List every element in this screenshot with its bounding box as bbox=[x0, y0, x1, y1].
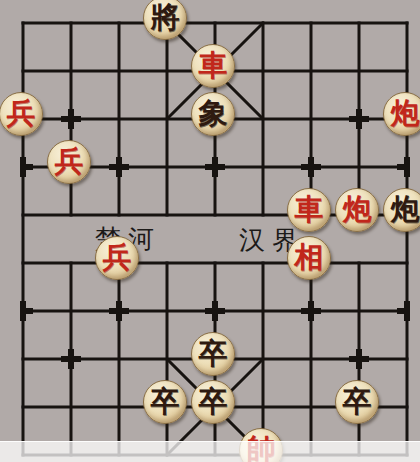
piece-black-cannon[interactable]: 炮 bbox=[383, 188, 420, 232]
board-cell: 卒 bbox=[335, 383, 383, 431]
piece-red-soldier-3[interactable]: 兵 bbox=[95, 236, 139, 280]
xiangqi-board: 楚河 汉界 將車兵象炮兵車炮炮兵相卒卒卒卒帥 bbox=[0, 0, 420, 462]
piece-glyph: 炮 bbox=[391, 195, 420, 224]
piece-glyph: 象 bbox=[199, 99, 228, 128]
board-cell: 卒 bbox=[191, 335, 239, 383]
piece-glyph: 兵 bbox=[55, 147, 84, 176]
piece-glyph: 車 bbox=[295, 195, 324, 224]
board-cell: 車 bbox=[191, 47, 239, 95]
board-cell: 炮 bbox=[335, 191, 383, 239]
board-cell: 兵 bbox=[0, 95, 47, 143]
piece-glyph: 卒 bbox=[343, 387, 372, 416]
piece-red-cannon-1[interactable]: 炮 bbox=[383, 92, 420, 136]
board-cell: 兵 bbox=[95, 239, 143, 287]
piece-red-cannon-2[interactable]: 炮 bbox=[335, 188, 379, 232]
piece-glyph: 相 bbox=[295, 243, 324, 272]
piece-black-elephant[interactable]: 象 bbox=[191, 92, 235, 136]
piece-red-chariot-2[interactable]: 車 bbox=[287, 188, 331, 232]
piece-glyph: 卒 bbox=[199, 339, 228, 368]
board-cell: 炮 bbox=[383, 95, 420, 143]
pieces-layer: 將車兵象炮兵車炮炮兵相卒卒卒卒帥 bbox=[0, 0, 420, 462]
piece-black-general[interactable]: 將 bbox=[143, 0, 187, 40]
piece-glyph: 兵 bbox=[7, 99, 36, 128]
piece-black-soldier-2[interactable]: 卒 bbox=[143, 380, 187, 424]
piece-glyph: 兵 bbox=[103, 243, 132, 272]
board-cell: 卒 bbox=[191, 383, 239, 431]
piece-glyph: 將 bbox=[151, 3, 180, 32]
bottom-fade-overlay bbox=[0, 441, 420, 462]
board-cell: 卒 bbox=[143, 383, 191, 431]
board-cell: 炮 bbox=[383, 191, 420, 239]
piece-black-soldier-1[interactable]: 卒 bbox=[191, 332, 235, 376]
piece-glyph: 卒 bbox=[151, 387, 180, 416]
piece-glyph: 炮 bbox=[343, 195, 372, 224]
board-cell: 將 bbox=[143, 0, 191, 47]
board-cell: 車 bbox=[287, 191, 335, 239]
piece-glyph: 炮 bbox=[391, 99, 420, 128]
board-cell: 相 bbox=[287, 239, 335, 287]
board-cell: 兵 bbox=[47, 143, 95, 191]
board-cell: 象 bbox=[191, 95, 239, 143]
piece-red-elephant[interactable]: 相 bbox=[287, 236, 331, 280]
piece-glyph: 卒 bbox=[199, 387, 228, 416]
piece-black-soldier-3[interactable]: 卒 bbox=[191, 380, 235, 424]
piece-red-soldier-2[interactable]: 兵 bbox=[47, 140, 91, 184]
piece-black-soldier-4[interactable]: 卒 bbox=[335, 380, 379, 424]
piece-red-soldier-1[interactable]: 兵 bbox=[0, 92, 43, 136]
piece-glyph: 車 bbox=[199, 51, 228, 80]
piece-red-chariot-1[interactable]: 車 bbox=[191, 44, 235, 88]
